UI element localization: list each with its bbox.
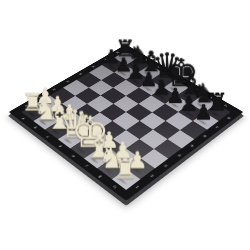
product-photo: abcdefgh abcdefgh 87654321 87654321 ♜♞♝♛…: [0, 0, 250, 250]
piece-shadow: [74, 146, 87, 155]
piece-shadow: [168, 101, 181, 109]
piece-shadow: [208, 110, 221, 118]
piece-shadow: [25, 110, 37, 118]
rank-label: 5: [78, 73, 82, 76]
piece-shadow: [49, 127, 62, 136]
piece-shadow: [182, 110, 195, 118]
piece-shadow: [88, 156, 101, 166]
file-label: f: [196, 88, 200, 90]
file-label: f: [85, 164, 89, 167]
file-label: g: [209, 96, 213, 99]
piece-shadow: [63, 118, 75, 127]
rank-label: 7: [103, 58, 107, 60]
rank-label: 3: [163, 164, 168, 168]
file-label: b: [33, 126, 38, 129]
board-grid: ♜♞♝♛♚♝♞♜♟♟♟♟♟♟♟♟♟♟♟♟♟♟♟♟♜♞♝♛♚♝♞♜: [21, 51, 230, 190]
file-label: a: [21, 117, 26, 120]
piece-black-king: ♚: [164, 55, 182, 90]
piece-shadow: [39, 101, 51, 109]
piece-shadow: [101, 166, 115, 176]
rank-label: 2: [149, 174, 154, 178]
file-label: b: [145, 59, 149, 61]
rank-label: 2: [38, 96, 43, 99]
chess-board: abcdefgh abcdefgh 87654321 87654321 ♜♞♝♛…: [9, 44, 244, 200]
square-h8: ♜: [204, 104, 230, 121]
file-label: c: [157, 66, 161, 68]
rank-label: 1: [23, 104, 28, 107]
piece-shadow: [116, 176, 130, 186]
file-label: e: [71, 154, 76, 157]
rank-label: 7: [214, 126, 219, 129]
file-label: h: [224, 104, 228, 107]
rank-label: 3: [52, 88, 57, 91]
file-label: g: [98, 174, 103, 178]
file-label: e: [183, 81, 187, 84]
rank-label: 1: [135, 185, 140, 189]
rank-label: 4: [65, 80, 69, 83]
piece-shadow: [129, 63, 141, 70]
piece-black-queen: ♛: [151, 51, 169, 82]
piece-shadow: [142, 85, 154, 93]
square-a4: [63, 80, 88, 96]
rank-label: 8: [115, 52, 119, 54]
rank-label: 6: [91, 66, 95, 69]
piece-shadow: [76, 127, 89, 136]
rank-label: 6: [202, 135, 207, 138]
piece-shadow: [61, 136, 74, 145]
file-label: d: [170, 73, 174, 76]
file-label: c: [45, 135, 50, 138]
rank-label: 8: [226, 117, 231, 120]
piece-shadow: [194, 101, 207, 109]
rank-label: 5: [189, 144, 194, 147]
file-label: h: [112, 185, 117, 189]
file-label: a: [133, 52, 137, 54]
piece-shadow: [37, 118, 49, 127]
rank-label: 4: [176, 154, 181, 158]
file-label: d: [58, 144, 63, 147]
